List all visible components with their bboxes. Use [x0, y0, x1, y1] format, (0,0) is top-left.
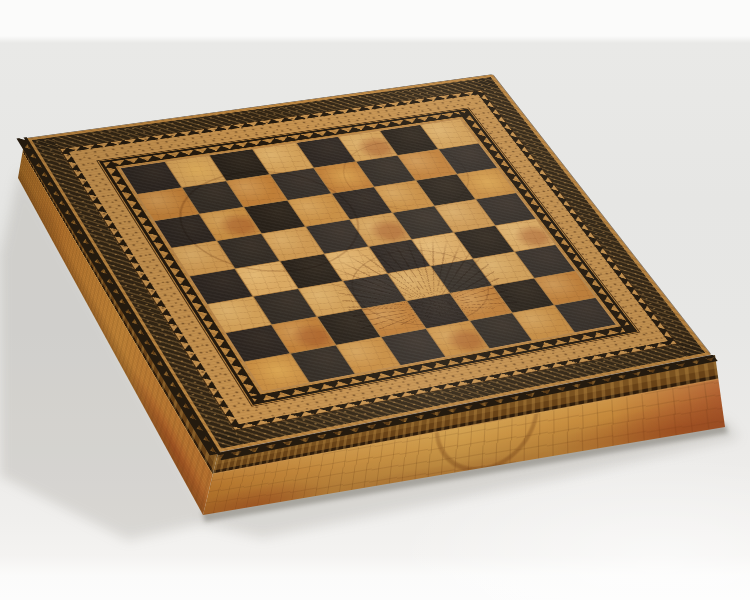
- scene: [0, 0, 750, 600]
